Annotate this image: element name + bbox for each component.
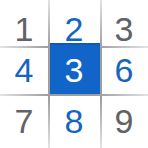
cell-r2c2[interactable]: 9 bbox=[100, 94, 148, 148]
cell-r0c0[interactable]: 1 bbox=[0, 0, 48, 46]
cell-r2c0[interactable]: 7 bbox=[0, 94, 48, 148]
cell-r1c0[interactable]: 4 bbox=[0, 46, 48, 94]
cell-r1c2[interactable]: 6 bbox=[100, 46, 148, 94]
cell-r1c1[interactable]: 3 bbox=[48, 46, 100, 94]
cell-r0c1[interactable]: 2 bbox=[48, 0, 100, 46]
sudoku-board: 1 2 3 4 3 6 7 8 9 bbox=[0, 0, 148, 148]
cell-grid: 1 2 3 4 3 6 7 8 9 bbox=[0, 0, 148, 148]
cell-r2c1[interactable]: 8 bbox=[48, 94, 100, 148]
cell-r0c2[interactable]: 3 bbox=[100, 0, 148, 46]
